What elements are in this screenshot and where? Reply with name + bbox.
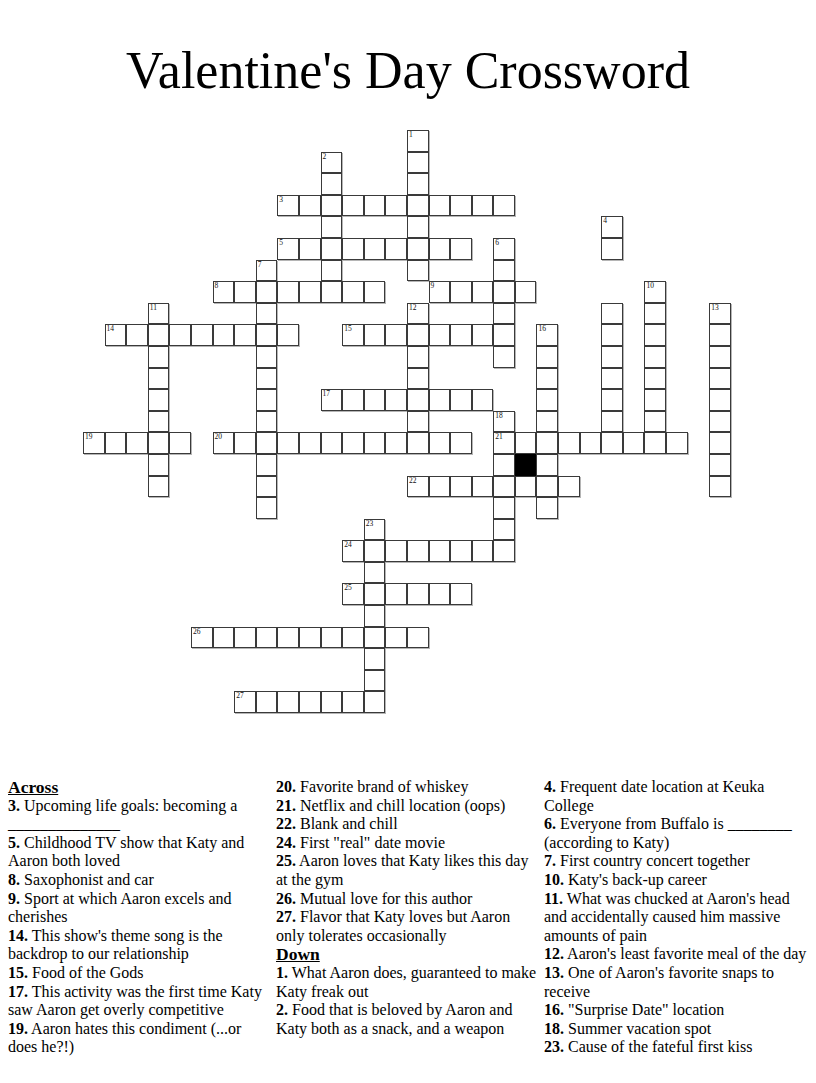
grid-cell[interactable] xyxy=(126,432,148,454)
cell-number: 14 xyxy=(107,325,115,333)
grid-cell[interactable] xyxy=(105,432,127,454)
clue-column-across: Across3. Upcoming life goals: becoming a… xyxy=(8,778,268,1057)
grid-cell[interactable] xyxy=(644,368,666,390)
grid-cell[interactable] xyxy=(493,519,515,541)
clue-item: 24. First "real" date movie xyxy=(276,834,538,853)
grid-cell[interactable] xyxy=(385,238,407,260)
clue-item: 19. Aaron hates this condiment (...or do… xyxy=(8,1020,268,1057)
grid-cell[interactable] xyxy=(601,303,623,325)
grid-cell[interactable] xyxy=(536,432,558,454)
cell-number: 22 xyxy=(409,477,417,485)
grid-cell[interactable] xyxy=(342,389,364,411)
grid-cell[interactable] xyxy=(493,303,515,325)
grid-cell[interactable] xyxy=(450,195,472,217)
grid-cell[interactable] xyxy=(364,324,386,346)
grid-cell[interactable] xyxy=(256,691,278,713)
grid-cell[interactable] xyxy=(234,324,256,346)
cell-number: 19 xyxy=(85,433,93,441)
grid-cell[interactable] xyxy=(709,476,731,498)
grid-cell[interactable] xyxy=(493,324,515,346)
clue-heading: Across xyxy=(8,778,268,797)
clue-number: 7. xyxy=(544,852,556,869)
grid-cell[interactable] xyxy=(601,324,623,346)
grid-cell[interactable] xyxy=(536,411,558,433)
grid-cell[interactable] xyxy=(644,432,666,454)
clue-number: 17. xyxy=(8,983,28,1000)
clue-item: 9. Sport at which Aaron excels and cheri… xyxy=(8,890,268,927)
grid-cell[interactable] xyxy=(256,281,278,303)
grid-cell[interactable]: 15 xyxy=(342,324,364,346)
cell-number: 13 xyxy=(711,304,719,312)
grid-cell[interactable] xyxy=(385,583,407,605)
grid-cell[interactable] xyxy=(472,281,494,303)
grid-cell[interactable] xyxy=(709,411,731,433)
grid-cell[interactable] xyxy=(364,605,386,627)
grid-cell[interactable] xyxy=(299,627,321,649)
grid-cell[interactable] xyxy=(256,346,278,368)
grid-cell[interactable]: 19 xyxy=(83,432,105,454)
clue-heading: Down xyxy=(276,945,538,964)
clue-item: 10. Katy's back-up career xyxy=(544,871,810,890)
clue-number: 16. xyxy=(544,1001,564,1018)
clue-item: 11. What was chucked at Aaron's head and… xyxy=(544,890,810,946)
grid-cell[interactable] xyxy=(256,324,278,346)
grid-cell[interactable] xyxy=(364,432,386,454)
grid-cell[interactable] xyxy=(450,324,472,346)
cell-number: 3 xyxy=(279,196,283,204)
cell-number: 6 xyxy=(495,239,499,247)
cell-number: 21 xyxy=(495,433,503,441)
clue-item: 15. Food of the Gods xyxy=(8,964,268,983)
clue-item: 4. Frequent date location at Keuka Colle… xyxy=(544,778,810,815)
grid-cell[interactable] xyxy=(407,152,429,174)
grid-cell[interactable] xyxy=(429,540,451,562)
clue-number: 2. xyxy=(276,1001,288,1018)
grid-cell[interactable] xyxy=(364,540,386,562)
grid-cell[interactable] xyxy=(148,432,170,454)
grid-cell[interactable] xyxy=(321,260,343,282)
grid-cell[interactable] xyxy=(213,324,235,346)
cell-number: 1 xyxy=(409,131,413,139)
grid-cell[interactable] xyxy=(709,454,731,476)
grid-cell[interactable] xyxy=(385,389,407,411)
clue-number: 11. xyxy=(544,890,563,907)
grid-cell[interactable] xyxy=(148,454,170,476)
grid-cell[interactable] xyxy=(342,238,364,260)
grid-cell[interactable] xyxy=(450,432,472,454)
grid-cell[interactable] xyxy=(299,691,321,713)
grid-cell[interactable] xyxy=(472,476,494,498)
grid-cell[interactable] xyxy=(364,583,386,605)
cell-number: 8 xyxy=(215,282,219,290)
clue-item: 12. Aaron's least favorite meal of the d… xyxy=(544,945,810,964)
grid-cell[interactable] xyxy=(385,627,407,649)
grid-cell[interactable] xyxy=(472,540,494,562)
grid-cell[interactable] xyxy=(364,238,386,260)
cell-number: 7 xyxy=(258,261,262,269)
clue-number: 15. xyxy=(8,964,28,981)
cell-number: 16 xyxy=(538,325,546,333)
grid-cell[interactable] xyxy=(256,389,278,411)
grid-cell[interactable] xyxy=(450,238,472,260)
grid-cell[interactable] xyxy=(277,627,299,649)
grid-cell[interactable] xyxy=(623,432,645,454)
clue-item: 18. Summer vacation spot xyxy=(544,1020,810,1039)
grid-cell[interactable] xyxy=(256,432,278,454)
grid-cell[interactable] xyxy=(407,216,429,238)
grid-cell[interactable] xyxy=(601,368,623,390)
grid-cell[interactable]: 8 xyxy=(213,281,235,303)
grid-cell[interactable] xyxy=(536,454,558,476)
grid-cell[interactable] xyxy=(515,432,537,454)
grid-cell[interactable] xyxy=(580,432,602,454)
grid-cell[interactable] xyxy=(407,432,429,454)
grid-cell[interactable] xyxy=(536,497,558,519)
grid-cell[interactable] xyxy=(385,195,407,217)
clue-item: 26. Mutual love for this author xyxy=(276,890,538,909)
clue-number: 19. xyxy=(8,1020,28,1037)
grid-cell[interactable] xyxy=(536,346,558,368)
clue-item: 13. One of Aaron's favorite snaps to rec… xyxy=(544,964,810,1001)
clue-number: 23. xyxy=(544,1038,564,1055)
grid-cell[interactable] xyxy=(148,346,170,368)
grid-cell[interactable] xyxy=(407,324,429,346)
grid-cell[interactable] xyxy=(407,583,429,605)
grid-cell[interactable] xyxy=(644,303,666,325)
grid-cell[interactable] xyxy=(256,476,278,498)
grid-cell[interactable] xyxy=(385,540,407,562)
grid-cell[interactable] xyxy=(493,476,515,498)
grid-cell[interactable] xyxy=(321,432,343,454)
clue-item: 23. Cause of the fateful first kiss xyxy=(544,1038,810,1057)
grid-cell[interactable] xyxy=(666,432,688,454)
grid-cell[interactable]: 14 xyxy=(105,324,127,346)
grid-cell[interactable] xyxy=(148,324,170,346)
grid-cell[interactable] xyxy=(536,476,558,498)
grid-cell[interactable]: 23 xyxy=(364,519,386,541)
grid-cell[interactable] xyxy=(429,476,451,498)
cell-number: 18 xyxy=(495,412,503,420)
grid-cell[interactable] xyxy=(601,389,623,411)
grid-cell[interactable] xyxy=(472,324,494,346)
grid-cell[interactable] xyxy=(148,476,170,498)
grid-cell[interactable] xyxy=(601,432,623,454)
grid-cell[interactable] xyxy=(644,389,666,411)
clue-number: 22. xyxy=(276,815,296,832)
grid-cell[interactable] xyxy=(321,216,343,238)
grid-cell[interactable] xyxy=(299,195,321,217)
clue-number: 8. xyxy=(8,871,20,888)
clue-item: 1. What Aaron does, guaranteed to make K… xyxy=(276,964,538,1001)
grid-cell[interactable]: 12 xyxy=(407,303,429,325)
clue-number: 3. xyxy=(8,797,20,814)
grid-cell[interactable] xyxy=(321,195,343,217)
grid-cell[interactable] xyxy=(342,432,364,454)
grid-cell[interactable] xyxy=(321,691,343,713)
grid-cell[interactable] xyxy=(515,281,537,303)
clue-item: 25. Aaron loves that Katy likes this day… xyxy=(276,852,538,889)
clue-number: 6. xyxy=(544,815,556,832)
grid-cell[interactable]: 7 xyxy=(256,260,278,282)
cell-number: 9 xyxy=(431,282,435,290)
crossword-page: Valentine's Day Crossword 12345678910111… xyxy=(0,0,816,1083)
grid-cell[interactable] xyxy=(234,281,256,303)
grid-cell[interactable] xyxy=(493,497,515,519)
grid-cell[interactable]: 13 xyxy=(709,303,731,325)
grid-cell[interactable] xyxy=(429,324,451,346)
grid-cell[interactable]: 4 xyxy=(601,216,623,238)
grid-cell[interactable] xyxy=(364,691,386,713)
grid-cell[interactable] xyxy=(709,432,731,454)
grid-cell[interactable] xyxy=(385,432,407,454)
grid-cell[interactable] xyxy=(407,627,429,649)
clue-item: 7. First country concert together xyxy=(544,852,810,871)
grid-cell[interactable]: 18 xyxy=(493,411,515,433)
grid-cell[interactable] xyxy=(213,627,235,649)
clue-item: 8. Saxophonist and car xyxy=(8,871,268,890)
grid-cell[interactable]: 27 xyxy=(234,691,256,713)
clue-number: 24. xyxy=(276,834,296,851)
grid-cell[interactable] xyxy=(709,324,731,346)
clue-item: 3. Upcoming life goals: becoming a _____… xyxy=(8,797,268,834)
grid-cell[interactable] xyxy=(536,368,558,390)
grid-cell[interactable] xyxy=(407,368,429,390)
grid-cell[interactable]: 9 xyxy=(429,281,451,303)
grid-cell[interactable] xyxy=(256,454,278,476)
grid-cell[interactable]: 17 xyxy=(321,389,343,411)
grid-cell[interactable] xyxy=(429,432,451,454)
clue-number: 5. xyxy=(8,834,20,851)
grid-cell[interactable] xyxy=(256,368,278,390)
clue-column-down: 4. Frequent date location at Keuka Colle… xyxy=(544,778,810,1057)
grid-cell[interactable] xyxy=(493,540,515,562)
clue-item: 6. Everyone from Buffalo is ________ (ac… xyxy=(544,815,810,852)
clue-item: 17. This activity was the first time Kat… xyxy=(8,983,268,1020)
grid-cell[interactable] xyxy=(407,260,429,282)
clue-number: 26. xyxy=(276,890,296,907)
clue-item: 2. Food that is beloved by Aaron and Kat… xyxy=(276,1001,538,1038)
grid-cell[interactable] xyxy=(601,411,623,433)
grid-cell[interactable] xyxy=(515,476,537,498)
grid-cell[interactable] xyxy=(450,389,472,411)
grid-cell[interactable] xyxy=(536,389,558,411)
grid-cell[interactable] xyxy=(364,281,386,303)
grid-cell[interactable] xyxy=(450,476,472,498)
grid-cell[interactable] xyxy=(644,324,666,346)
grid-cell[interactable] xyxy=(256,497,278,519)
clue-number: 25. xyxy=(276,852,296,869)
grid-cell[interactable] xyxy=(299,238,321,260)
grid-cell[interactable] xyxy=(234,627,256,649)
clue-number: 4. xyxy=(544,778,556,795)
grid-cell[interactable] xyxy=(169,432,191,454)
cell-number: 12 xyxy=(409,304,417,312)
grid-cell[interactable] xyxy=(364,670,386,692)
clue-column-middle: 20. Favorite brand of whiskey21. Netflix… xyxy=(276,778,538,1038)
grid-cell[interactable] xyxy=(169,324,191,346)
grid-cell[interactable]: 24 xyxy=(342,540,364,562)
grid-cell[interactable] xyxy=(558,476,580,498)
clue-item: 27. Flavor that Katy loves but Aaron onl… xyxy=(276,908,538,945)
grid-cell[interactable] xyxy=(364,648,386,670)
cell-number: 11 xyxy=(150,304,157,312)
grid-cell[interactable]: 20 xyxy=(213,432,235,454)
grid-cell[interactable] xyxy=(342,195,364,217)
grid-cell[interactable] xyxy=(342,281,364,303)
cell-number: 24 xyxy=(344,541,352,549)
grid-cell[interactable] xyxy=(364,389,386,411)
grid-cell[interactable] xyxy=(299,281,321,303)
grid-cell[interactable] xyxy=(429,195,451,217)
clue-number: 13. xyxy=(544,964,564,981)
grid-cell[interactable] xyxy=(429,389,451,411)
grid-cell[interactable] xyxy=(277,324,299,346)
grid-cell[interactable] xyxy=(429,238,451,260)
cell-number: 4 xyxy=(603,217,607,225)
clue-item: 5. Childhood TV show that Katy and Aaron… xyxy=(8,834,268,871)
grid-cell[interactable] xyxy=(493,195,515,217)
grid-cell[interactable]: 21 xyxy=(493,432,515,454)
grid-cell[interactable] xyxy=(407,238,429,260)
clue-number: 10. xyxy=(544,871,564,888)
grid-cell[interactable] xyxy=(450,583,472,605)
grid-cell[interactable] xyxy=(644,346,666,368)
cell-number: 2 xyxy=(323,153,327,161)
grid-cell[interactable] xyxy=(342,691,364,713)
cell-number: 20 xyxy=(215,433,223,441)
grid-cell[interactable] xyxy=(364,562,386,584)
grid-cell[interactable] xyxy=(407,540,429,562)
grid-cell[interactable] xyxy=(450,540,472,562)
grid-cell[interactable]: 3 xyxy=(277,195,299,217)
grid-cell[interactable] xyxy=(450,281,472,303)
grid-cell[interactable] xyxy=(472,195,494,217)
grid-cell[interactable] xyxy=(472,389,494,411)
grid-cell[interactable]: 11 xyxy=(148,303,170,325)
grid-cell[interactable] xyxy=(148,389,170,411)
black-cell xyxy=(515,454,537,476)
grid-cell[interactable] xyxy=(277,432,299,454)
clue-number: 27. xyxy=(276,908,296,925)
grid-cell[interactable] xyxy=(493,454,515,476)
grid-cell[interactable]: 10 xyxy=(644,281,666,303)
grid-cell[interactable] xyxy=(321,627,343,649)
cell-number: 5 xyxy=(279,239,283,247)
grid-cell[interactable] xyxy=(277,691,299,713)
clue-item: 16. "Surprise Date" location xyxy=(544,1001,810,1020)
grid-cell[interactable] xyxy=(364,627,386,649)
grid-cell[interactable] xyxy=(601,238,623,260)
grid-cell[interactable] xyxy=(407,173,429,195)
grid-cell[interactable] xyxy=(709,368,731,390)
clue-number: 14. xyxy=(8,927,28,944)
grid-cell[interactable] xyxy=(277,281,299,303)
cell-number: 25 xyxy=(344,584,352,592)
clue-item: 21. Netflix and chill location (oops) xyxy=(276,797,538,816)
grid-cell[interactable] xyxy=(256,411,278,433)
grid-cell[interactable]: 6 xyxy=(493,238,515,260)
grid-cell[interactable] xyxy=(126,324,148,346)
grid-cell[interactable] xyxy=(493,260,515,282)
grid-cell[interactable] xyxy=(321,238,343,260)
cell-number: 23 xyxy=(366,520,374,528)
clue-number: 12. xyxy=(544,945,564,962)
clue-number: 1. xyxy=(276,964,288,981)
grid-cell[interactable] xyxy=(493,281,515,303)
grid-cell[interactable]: 5 xyxy=(277,238,299,260)
grid-cell[interactable] xyxy=(321,281,343,303)
grid-cell[interactable] xyxy=(407,411,429,433)
grid-cell[interactable] xyxy=(709,346,731,368)
grid-cell[interactable] xyxy=(407,195,429,217)
grid-cell[interactable]: 26 xyxy=(191,627,213,649)
grid-cell[interactable] xyxy=(644,411,666,433)
clue-number: 20. xyxy=(276,778,296,795)
grid-cell[interactable] xyxy=(234,432,256,454)
grid-cell[interactable]: 2 xyxy=(321,152,343,174)
grid-cell[interactable]: 22 xyxy=(407,476,429,498)
grid-cell[interactable]: 25 xyxy=(342,583,364,605)
grid-cell[interactable] xyxy=(385,324,407,346)
grid-cell[interactable] xyxy=(407,389,429,411)
grid-cell[interactable] xyxy=(342,627,364,649)
grid-cell[interactable] xyxy=(429,583,451,605)
cell-number: 15 xyxy=(344,325,352,333)
grid-cell[interactable] xyxy=(299,432,321,454)
cell-number: 27 xyxy=(236,692,244,700)
grid-cell[interactable] xyxy=(601,346,623,368)
crossword-grid: 1234567891011121314151617181920212223242… xyxy=(83,130,731,713)
page-title: Valentine's Day Crossword xyxy=(0,44,816,99)
grid-cell[interactable] xyxy=(364,195,386,217)
clue-item: 22. Blank and chill xyxy=(276,815,538,834)
grid-cell[interactable] xyxy=(148,368,170,390)
grid-cell[interactable] xyxy=(321,173,343,195)
clue-item: 14. This show's theme song is the backdr… xyxy=(8,927,268,964)
clue-item: 20. Favorite brand of whiskey xyxy=(276,778,538,797)
cell-number: 26 xyxy=(193,628,201,636)
grid-cell[interactable]: 16 xyxy=(536,324,558,346)
grid-cell[interactable] xyxy=(191,324,213,346)
grid-cell[interactable] xyxy=(709,389,731,411)
cell-number: 17 xyxy=(323,390,331,398)
clue-number: 21. xyxy=(276,797,296,814)
cell-number: 10 xyxy=(646,282,654,290)
grid-cell[interactable] xyxy=(256,627,278,649)
grid-cell[interactable] xyxy=(148,411,170,433)
grid-cell[interactable] xyxy=(407,346,429,368)
grid-cell[interactable] xyxy=(256,303,278,325)
clue-number: 9. xyxy=(8,890,20,907)
grid-cell[interactable] xyxy=(558,432,580,454)
clue-number: 18. xyxy=(544,1020,564,1037)
grid-cell[interactable] xyxy=(493,346,515,368)
grid-cell[interactable]: 1 xyxy=(407,130,429,152)
